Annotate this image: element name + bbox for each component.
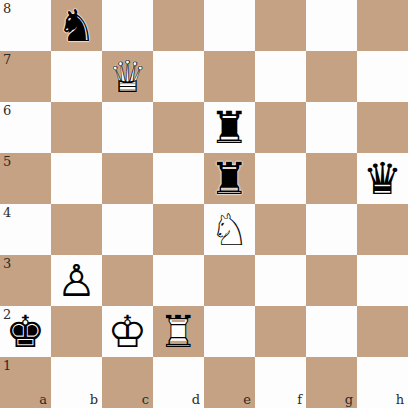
square-d1[interactable]: d xyxy=(153,357,204,408)
square-e4[interactable]: ♞♘ xyxy=(204,204,255,255)
square-a4[interactable]: 4 xyxy=(0,204,51,255)
square-f3[interactable] xyxy=(255,255,306,306)
rank-label-1: 1 xyxy=(3,358,11,373)
white-pawn-outline-glyph: ♙ xyxy=(51,255,102,306)
file-label-f: f xyxy=(297,392,302,407)
piece-black-king-a2[interactable]: ♚ xyxy=(0,306,51,357)
square-b4[interactable] xyxy=(51,204,102,255)
square-f2[interactable] xyxy=(255,306,306,357)
square-a2[interactable]: 2♚ xyxy=(0,306,51,357)
square-h8[interactable] xyxy=(357,0,408,51)
piece-white-pawn-b3[interactable]: ♟♙ xyxy=(51,255,102,306)
piece-white-rook-d2[interactable]: ♜♖ xyxy=(153,306,204,357)
square-a6[interactable]: 6 xyxy=(0,102,51,153)
square-c8[interactable] xyxy=(102,0,153,51)
rank-label-6: 6 xyxy=(3,103,11,118)
square-d6[interactable] xyxy=(153,102,204,153)
square-d4[interactable] xyxy=(153,204,204,255)
square-d2[interactable]: ♜♖ xyxy=(153,306,204,357)
square-a8[interactable]: 8 xyxy=(0,0,51,51)
square-c4[interactable] xyxy=(102,204,153,255)
square-b5[interactable] xyxy=(51,153,102,204)
square-h3[interactable] xyxy=(357,255,408,306)
square-h4[interactable] xyxy=(357,204,408,255)
square-c3[interactable] xyxy=(102,255,153,306)
square-g8[interactable] xyxy=(306,0,357,51)
square-a5[interactable]: 5 xyxy=(0,153,51,204)
square-b3[interactable]: ♟♙ xyxy=(51,255,102,306)
white-rook-outline-glyph: ♖ xyxy=(153,306,204,357)
white-queen-outline-glyph: ♕ xyxy=(102,51,153,102)
black-rook-glyph: ♜ xyxy=(204,102,255,153)
black-rook-glyph: ♜ xyxy=(204,153,255,204)
square-h7[interactable] xyxy=(357,51,408,102)
square-h5[interactable]: ♛ xyxy=(357,153,408,204)
black-king-glyph: ♚ xyxy=(0,306,51,357)
file-label-e: e xyxy=(243,392,251,407)
square-c1[interactable]: c xyxy=(102,357,153,408)
piece-black-rook-e6[interactable]: ♜ xyxy=(204,102,255,153)
square-e5[interactable]: ♜ xyxy=(204,153,255,204)
square-b2[interactable] xyxy=(51,306,102,357)
file-label-d: d xyxy=(192,392,200,407)
file-label-c: c xyxy=(142,392,149,407)
white-knight-outline-glyph: ♘ xyxy=(204,204,255,255)
square-b6[interactable] xyxy=(51,102,102,153)
square-f8[interactable] xyxy=(255,0,306,51)
square-c7[interactable]: ♛♕ xyxy=(102,51,153,102)
square-g3[interactable] xyxy=(306,255,357,306)
square-c5[interactable] xyxy=(102,153,153,204)
piece-white-knight-e4[interactable]: ♞♘ xyxy=(204,204,255,255)
square-c6[interactable] xyxy=(102,102,153,153)
square-g7[interactable] xyxy=(306,51,357,102)
square-e7[interactable] xyxy=(204,51,255,102)
square-f6[interactable] xyxy=(255,102,306,153)
piece-white-queen-c7[interactable]: ♛♕ xyxy=(102,51,153,102)
square-h2[interactable] xyxy=(357,306,408,357)
square-b7[interactable] xyxy=(51,51,102,102)
square-e2[interactable] xyxy=(204,306,255,357)
square-h6[interactable] xyxy=(357,102,408,153)
square-a7[interactable]: 7 xyxy=(0,51,51,102)
square-f1[interactable]: f xyxy=(255,357,306,408)
file-label-g: g xyxy=(345,392,353,407)
square-g1[interactable]: g xyxy=(306,357,357,408)
square-a3[interactable]: 3 xyxy=(0,255,51,306)
square-e3[interactable] xyxy=(204,255,255,306)
rank-label-8: 8 xyxy=(3,1,11,16)
square-f7[interactable] xyxy=(255,51,306,102)
rank-label-4: 4 xyxy=(3,205,11,220)
black-knight-glyph: ♞ xyxy=(51,0,102,51)
file-label-a: a xyxy=(39,392,47,407)
piece-black-queen-h5[interactable]: ♛ xyxy=(357,153,408,204)
square-b8[interactable]: ♞ xyxy=(51,0,102,51)
rank-label-7: 7 xyxy=(3,52,11,67)
square-c2[interactable]: ♚♔ xyxy=(102,306,153,357)
square-f5[interactable] xyxy=(255,153,306,204)
square-e6[interactable]: ♜ xyxy=(204,102,255,153)
piece-black-rook-e5[interactable]: ♜ xyxy=(204,153,255,204)
file-label-h: h xyxy=(396,392,404,407)
black-queen-glyph: ♛ xyxy=(357,153,408,204)
square-b1[interactable]: b xyxy=(51,357,102,408)
square-d3[interactable] xyxy=(153,255,204,306)
square-g6[interactable] xyxy=(306,102,357,153)
square-d8[interactable] xyxy=(153,0,204,51)
square-g2[interactable] xyxy=(306,306,357,357)
file-label-b: b xyxy=(90,392,98,407)
square-e1[interactable]: e xyxy=(204,357,255,408)
piece-black-knight-b8[interactable]: ♞ xyxy=(51,0,102,51)
piece-white-king-c2[interactable]: ♚♔ xyxy=(102,306,153,357)
square-h1[interactable]: h xyxy=(357,357,408,408)
white-king-outline-glyph: ♔ xyxy=(102,306,153,357)
rank-label-5: 5 xyxy=(3,154,11,169)
square-g4[interactable] xyxy=(306,204,357,255)
square-a1[interactable]: 1a xyxy=(0,357,51,408)
rank-label-3: 3 xyxy=(3,256,11,271)
square-g5[interactable] xyxy=(306,153,357,204)
square-d7[interactable] xyxy=(153,51,204,102)
chess-board: 8♞7♛♕6♜5♜♛4♞♘3♟♙2♚♚♔♜♖1abcdefgh xyxy=(0,0,408,408)
square-d5[interactable] xyxy=(153,153,204,204)
square-e8[interactable] xyxy=(204,0,255,51)
square-f4[interactable] xyxy=(255,204,306,255)
